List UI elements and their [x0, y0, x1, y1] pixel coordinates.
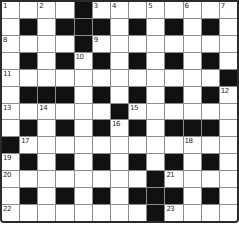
- white-cell-r4c11[interactable]: [184, 53, 201, 69]
- white-cell-r13c10[interactable]: 23: [165, 205, 182, 221]
- white-cell-r13c7[interactable]: [111, 205, 128, 221]
- black-cell-r8c6: [93, 120, 110, 136]
- white-cell-r6c7[interactable]: [111, 87, 128, 103]
- white-cell-r1c8[interactable]: [129, 2, 146, 18]
- clue-number-11: 11: [3, 70, 11, 78]
- black-cell-r12c2: [20, 188, 37, 204]
- white-cell-r2c7[interactable]: [111, 19, 128, 35]
- white-cell-r3c12[interactable]: [202, 36, 219, 52]
- white-cell-r2c9[interactable]: [147, 19, 164, 35]
- white-cell-r10c11[interactable]: [184, 154, 201, 170]
- white-cell-r5c10[interactable]: [165, 70, 182, 86]
- white-cell-r1c4[interactable]: [56, 2, 73, 18]
- white-cell-r9c11[interactable]: 18: [184, 137, 201, 153]
- clue-number-4: 4: [112, 2, 116, 10]
- white-cell-r9c5[interactable]: [75, 137, 92, 153]
- white-cell-r13c4[interactable]: [56, 205, 73, 221]
- white-cell-r4c3[interactable]: [38, 53, 55, 69]
- white-cell-r1c3[interactable]: 2: [38, 2, 55, 18]
- white-cell-r9c2[interactable]: 17: [20, 137, 37, 153]
- black-cell-r6c8: [129, 87, 146, 103]
- white-cell-r7c12[interactable]: [202, 104, 219, 120]
- clue-number-20: 20: [3, 171, 11, 179]
- white-cell-r11c2[interactable]: [20, 171, 37, 187]
- white-cell-r3c10[interactable]: [165, 36, 182, 52]
- black-cell-r2c6: [93, 19, 110, 35]
- white-cell-r9c13[interactable]: [220, 137, 237, 153]
- clue-number-9: 9: [94, 36, 98, 44]
- white-cell-r10c9[interactable]: [147, 154, 164, 170]
- clue-number-18: 18: [185, 137, 193, 145]
- white-cell-r7c10[interactable]: [165, 104, 182, 120]
- white-cell-r9c8[interactable]: [129, 137, 146, 153]
- white-cell-r5c9[interactable]: [147, 70, 164, 86]
- black-cell-r6c6: [93, 87, 110, 103]
- white-cell-r11c7[interactable]: [111, 171, 128, 187]
- white-cell-r10c1[interactable]: 19: [2, 154, 19, 170]
- black-cell-r12c8: [129, 188, 146, 204]
- clue-number-21: 21: [166, 171, 174, 179]
- clue-number-17: 17: [21, 137, 29, 145]
- white-cell-r3c4[interactable]: [56, 36, 73, 52]
- white-cell-r5c4[interactable]: [56, 70, 73, 86]
- clue-number-13: 13: [3, 104, 11, 112]
- black-cell-r10c12: [202, 154, 219, 170]
- white-cell-r12c3[interactable]: [38, 188, 55, 204]
- clue-number-5: 5: [148, 2, 152, 10]
- white-cell-r3c13[interactable]: [220, 36, 237, 52]
- clue-number-3: 3: [94, 2, 98, 10]
- white-cell-r9c3[interactable]: [38, 137, 55, 153]
- black-cell-r6c4: [56, 87, 73, 103]
- black-cell-r2c5: [75, 19, 92, 35]
- clue-number-15: 15: [130, 104, 138, 112]
- black-cell-r9c1: [2, 137, 19, 153]
- white-cell-r7c5[interactable]: [75, 104, 92, 120]
- white-cell-r5c5[interactable]: [75, 70, 92, 86]
- white-cell-r8c13[interactable]: [220, 120, 237, 136]
- black-cell-r2c4: [56, 19, 73, 35]
- white-cell-r2c1[interactable]: [2, 19, 19, 35]
- white-cell-r13c6[interactable]: [93, 205, 110, 221]
- white-cell-r13c5[interactable]: [75, 205, 92, 221]
- white-cell-r1c13[interactable]: 7: [220, 2, 237, 18]
- white-cell-r1c11[interactable]: 6: [184, 2, 201, 18]
- white-cell-r7c8[interactable]: 15: [129, 104, 146, 120]
- black-cell-r8c8: [129, 120, 146, 136]
- black-cell-r10c6: [93, 154, 110, 170]
- white-cell-r11c4[interactable]: [56, 171, 73, 187]
- white-cell-r4c13[interactable]: [220, 53, 237, 69]
- white-cell-r5c8[interactable]: [129, 70, 146, 86]
- white-cell-r1c1[interactable]: 1: [2, 2, 19, 18]
- clue-number-14: 14: [39, 104, 47, 112]
- white-cell-r10c5[interactable]: [75, 154, 92, 170]
- black-cell-r6c3: [38, 87, 55, 103]
- white-cell-r5c1[interactable]: 11: [2, 70, 19, 86]
- white-cell-r4c9[interactable]: [147, 53, 164, 69]
- white-cell-r11c12[interactable]: [202, 171, 219, 187]
- white-cell-r3c7[interactable]: [111, 36, 128, 52]
- clue-number-12: 12: [221, 87, 229, 95]
- white-cell-r3c2[interactable]: [20, 36, 37, 52]
- crossword-page: 1234567891011121314151617181920212223: [0, 0, 239, 225]
- black-cell-r5c13: [220, 70, 237, 86]
- white-cell-r2c3[interactable]: [38, 19, 55, 35]
- white-cell-r7c9[interactable]: [147, 104, 164, 120]
- clue-number-22: 22: [3, 205, 11, 213]
- white-cell-r1c6[interactable]: 3: [93, 2, 110, 18]
- black-cell-r1c5: [75, 2, 92, 18]
- black-cell-r4c6: [93, 53, 110, 69]
- white-cell-r9c10[interactable]: [165, 137, 182, 153]
- white-cell-r4c7[interactable]: [111, 53, 128, 69]
- black-cell-r4c10: [165, 53, 182, 69]
- white-cell-r5c6[interactable]: [93, 70, 110, 86]
- black-cell-r3c5: [75, 36, 92, 52]
- white-cell-r2c13[interactable]: [220, 19, 237, 35]
- white-cell-r12c7[interactable]: [111, 188, 128, 204]
- white-cell-r4c1[interactable]: [2, 53, 19, 69]
- black-cell-r12c10: [165, 188, 182, 204]
- clue-number-10: 10: [76, 53, 84, 61]
- white-cell-r6c5[interactable]: [75, 87, 92, 103]
- white-cell-r7c4[interactable]: [56, 104, 73, 120]
- white-cell-r11c3[interactable]: [38, 171, 55, 187]
- black-cell-r2c2: [20, 19, 37, 35]
- white-cell-r12c1[interactable]: [2, 188, 19, 204]
- black-cell-r6c2: [20, 87, 37, 103]
- white-cell-r1c12[interactable]: [202, 2, 219, 18]
- white-cell-r7c6[interactable]: [93, 104, 110, 120]
- black-cell-r2c8: [129, 19, 146, 35]
- white-cell-r9c7[interactable]: [111, 137, 128, 153]
- white-cell-r11c6[interactable]: [93, 171, 110, 187]
- black-cell-r10c2: [20, 154, 37, 170]
- black-cell-r12c12: [202, 188, 219, 204]
- black-cell-r12c9: [147, 188, 164, 204]
- white-cell-r5c12[interactable]: [202, 70, 219, 86]
- white-cell-r10c13[interactable]: [220, 154, 237, 170]
- white-cell-r11c1[interactable]: 20: [2, 171, 19, 187]
- white-cell-r8c1[interactable]: [2, 120, 19, 136]
- black-cell-r8c2: [20, 120, 37, 136]
- white-cell-r11c10[interactable]: 21: [165, 171, 182, 187]
- black-cell-r10c8: [129, 154, 146, 170]
- crossword-grid: 1234567891011121314151617181920212223: [0, 0, 239, 223]
- white-cell-r7c2[interactable]: [20, 104, 37, 120]
- white-cell-r6c11[interactable]: [184, 87, 201, 103]
- clue-number-2: 2: [39, 2, 43, 10]
- black-cell-r7c7: [111, 104, 128, 120]
- white-cell-r13c8[interactable]: [129, 205, 146, 221]
- white-cell-r5c2[interactable]: [20, 70, 37, 86]
- black-cell-r10c4: [56, 154, 73, 170]
- clue-number-23: 23: [166, 205, 174, 213]
- white-cell-r13c2[interactable]: [20, 205, 37, 221]
- white-cell-r3c11[interactable]: [184, 36, 201, 52]
- white-cell-r8c5[interactable]: [75, 120, 92, 136]
- white-cell-r11c8[interactable]: [129, 171, 146, 187]
- white-cell-r9c4[interactable]: [56, 137, 73, 153]
- white-cell-r5c3[interactable]: [38, 70, 55, 86]
- black-cell-r8c10: [165, 120, 182, 136]
- white-cell-r3c8[interactable]: [129, 36, 146, 52]
- white-cell-r3c9[interactable]: [147, 36, 164, 52]
- white-cell-r13c11[interactable]: [184, 205, 201, 221]
- white-cell-r8c9[interactable]: [147, 120, 164, 136]
- white-cell-r9c6[interactable]: [93, 137, 110, 153]
- white-cell-r3c6[interactable]: 9: [93, 36, 110, 52]
- clue-number-8: 8: [3, 36, 7, 44]
- white-cell-r6c9[interactable]: [147, 87, 164, 103]
- white-cell-r6c13[interactable]: 12: [220, 87, 237, 103]
- white-cell-r5c11[interactable]: [184, 70, 201, 86]
- clue-number-7: 7: [221, 2, 225, 10]
- white-cell-r2c11[interactable]: [184, 19, 201, 35]
- white-cell-r12c5[interactable]: [75, 188, 92, 204]
- black-cell-r8c11: [184, 120, 201, 136]
- white-cell-r9c9[interactable]: [147, 137, 164, 153]
- white-cell-r12c13[interactable]: [220, 188, 237, 204]
- clue-number-16: 16: [112, 120, 120, 128]
- white-cell-r6c1[interactable]: [2, 87, 19, 103]
- white-cell-r8c7[interactable]: 16: [111, 120, 128, 136]
- black-cell-r2c12: [202, 19, 219, 35]
- white-cell-r1c2[interactable]: [20, 2, 37, 18]
- white-cell-r8c3[interactable]: [38, 120, 55, 136]
- white-cell-r11c11[interactable]: [184, 171, 201, 187]
- white-cell-r13c1[interactable]: 22: [2, 205, 19, 221]
- black-cell-r12c6: [93, 188, 110, 204]
- white-cell-r10c3[interactable]: [38, 154, 55, 170]
- black-cell-r4c2: [20, 53, 37, 69]
- white-cell-r1c10[interactable]: [165, 2, 182, 18]
- black-cell-r2c10: [165, 19, 182, 35]
- white-cell-r7c11[interactable]: [184, 104, 201, 120]
- white-cell-r4c5[interactable]: 10: [75, 53, 92, 69]
- white-cell-r13c13[interactable]: [220, 205, 237, 221]
- black-cell-r12c4: [56, 188, 73, 204]
- white-cell-r11c5[interactable]: [75, 171, 92, 187]
- black-cell-r10c10: [165, 154, 182, 170]
- white-cell-r9c12[interactable]: [202, 137, 219, 153]
- white-cell-r1c9[interactable]: 5: [147, 2, 164, 18]
- white-cell-r1c7[interactable]: 4: [111, 2, 128, 18]
- white-cell-r7c3[interactable]: 14: [38, 104, 55, 120]
- black-cell-r6c12: [202, 87, 219, 103]
- clue-number-1: 1: [3, 2, 7, 10]
- white-cell-r13c12[interactable]: [202, 205, 219, 221]
- white-cell-r7c13[interactable]: [220, 104, 237, 120]
- white-cell-r12c11[interactable]: [184, 188, 201, 204]
- white-cell-r3c3[interactable]: [38, 36, 55, 52]
- black-cell-r8c12: [202, 120, 219, 136]
- white-cell-r10c7[interactable]: [111, 154, 128, 170]
- white-cell-r13c3[interactable]: [38, 205, 55, 221]
- black-cell-r13c9: [147, 205, 164, 221]
- clue-number-6: 6: [185, 2, 189, 10]
- white-cell-r11c13[interactable]: [220, 171, 237, 187]
- black-cell-r4c12: [202, 53, 219, 69]
- black-cell-r4c4: [56, 53, 73, 69]
- white-cell-r5c7[interactable]: [111, 70, 128, 86]
- black-cell-r8c4: [56, 120, 73, 136]
- clue-number-19: 19: [3, 154, 11, 162]
- black-cell-r11c9: [147, 171, 164, 187]
- white-cell-r7c1[interactable]: 13: [2, 104, 19, 120]
- white-cell-r3c1[interactable]: 8: [2, 36, 19, 52]
- black-cell-r6c10: [165, 87, 182, 103]
- black-cell-r4c8: [129, 53, 146, 69]
